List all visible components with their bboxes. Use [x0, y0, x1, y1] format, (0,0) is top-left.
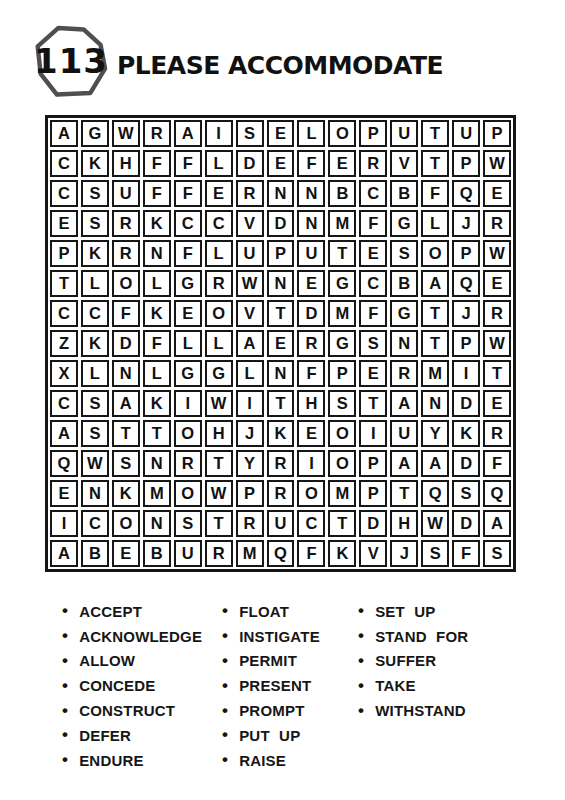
puzzle-number: 113	[34, 25, 108, 99]
grid-cell[interactable]: Y	[236, 450, 264, 477]
grid-cell[interactable]: R	[483, 420, 511, 447]
grid-cell[interactable]: F	[143, 150, 171, 177]
grid-cell[interactable]: H	[112, 150, 140, 177]
grid-cell[interactable]: V	[390, 150, 418, 177]
grid-cell[interactable]: F	[297, 360, 325, 387]
grid-cell[interactable]: E	[112, 540, 140, 567]
header: 113 PLEASE ACCOMMODATE	[0, 0, 565, 100]
grid-cell[interactable]: H	[297, 390, 325, 417]
grid-cell[interactable]: S	[483, 540, 511, 567]
word-list-item: •SUFFER	[358, 649, 528, 674]
grid-cell[interactable]: E	[483, 180, 511, 207]
word-label: WITHSTAND	[375, 702, 466, 719]
grid-cell[interactable]: R	[267, 480, 295, 507]
word-list-item: •RAISE	[222, 748, 358, 773]
grid-cell[interactable]: N	[421, 390, 449, 417]
grid-cell[interactable]: R	[483, 300, 511, 327]
grid-cell[interactable]: H	[205, 420, 233, 447]
grid-cell[interactable]: Q	[452, 180, 480, 207]
grid-cell[interactable]: E	[328, 150, 356, 177]
grid-cell[interactable]: N	[297, 180, 325, 207]
word-search-board: AGWRAISELOPUTUPCKHFFLDEFERVTPWCSUFFERNNB…	[45, 115, 516, 572]
grid-cell[interactable]: O	[112, 270, 140, 297]
grid-cell[interactable]: E	[359, 360, 387, 387]
grid-cell[interactable]: O	[328, 450, 356, 477]
page-title: PLEASE ACCOMMODATE	[117, 51, 443, 80]
grid-cell[interactable]: F	[359, 300, 387, 327]
grid-cell[interactable]: N	[143, 240, 171, 267]
grid-cell[interactable]: O	[297, 480, 325, 507]
grid-cell[interactable]: V	[236, 300, 264, 327]
word-label: ACCEPT	[79, 603, 142, 620]
grid-cell[interactable]: W	[483, 240, 511, 267]
grid-cell[interactable]: P	[359, 480, 387, 507]
word-label: CONSTRUCT	[79, 702, 175, 719]
word-search-grid: AGWRAISELOPUTUPCKHFFLDEFERVTPWCSUFFERNNB…	[50, 120, 511, 567]
grid-cell[interactable]: A	[421, 270, 449, 297]
grid-cell[interactable]: R	[205, 540, 233, 567]
grid-cell[interactable]: G	[174, 360, 202, 387]
grid-cell[interactable]: P	[452, 150, 480, 177]
bullet-icon: •	[358, 701, 364, 721]
grid-cell[interactable]: Y	[421, 420, 449, 447]
grid-cell[interactable]: L	[205, 240, 233, 267]
grid-cell[interactable]: A	[112, 390, 140, 417]
grid-cell[interactable]: O	[328, 120, 356, 147]
bullet-icon: •	[222, 676, 228, 696]
grid-cell[interactable]: O	[328, 420, 356, 447]
grid-cell[interactable]: R	[112, 210, 140, 237]
word-label: DEFER	[79, 727, 131, 744]
grid-cell[interactable]: J	[452, 300, 480, 327]
grid-cell[interactable]: I	[297, 450, 325, 477]
grid-cell[interactable]: T	[267, 300, 295, 327]
grid-cell[interactable]: A	[50, 420, 78, 447]
grid-cell[interactable]: N	[143, 450, 171, 477]
word-list-item: •ACKNOWLEDGE	[62, 624, 222, 649]
grid-cell[interactable]: R	[359, 150, 387, 177]
grid-cell[interactable]: P	[359, 450, 387, 477]
grid-cell[interactable]: N	[112, 360, 140, 387]
grid-cell[interactable]: A	[236, 330, 264, 357]
grid-cell[interactable]: R	[483, 210, 511, 237]
grid-cell[interactable]: M	[328, 210, 356, 237]
grid-cell[interactable]: S	[81, 210, 109, 237]
grid-cell[interactable]: N	[143, 510, 171, 537]
grid-cell[interactable]: L	[81, 270, 109, 297]
word-list-column: •FLOAT•INSTIGATE•PERMIT•PRESENT•PROMPT•P…	[222, 599, 358, 773]
bullet-icon: •	[62, 750, 68, 770]
grid-cell[interactable]: K	[143, 210, 171, 237]
grid-cell[interactable]: N	[81, 480, 109, 507]
grid-cell[interactable]: U	[112, 180, 140, 207]
grid-cell[interactable]: W	[112, 120, 140, 147]
grid-cell[interactable]: D	[452, 450, 480, 477]
grid-cell[interactable]: R	[112, 240, 140, 267]
grid-cell[interactable]: J	[236, 420, 264, 447]
grid-cell[interactable]: A	[50, 120, 78, 147]
grid-cell[interactable]: M	[328, 480, 356, 507]
grid-cell[interactable]: S	[328, 390, 356, 417]
grid-cell[interactable]: O	[421, 240, 449, 267]
word-list-item: •TAKE	[358, 673, 528, 698]
grid-cell[interactable]: R	[143, 120, 171, 147]
grid-cell[interactable]: B	[328, 180, 356, 207]
grid-cell[interactable]: K	[328, 540, 356, 567]
grid-cell[interactable]: T	[50, 270, 78, 297]
grid-cell[interactable]: N	[297, 210, 325, 237]
grid-cell[interactable]: M	[143, 480, 171, 507]
grid-cell[interactable]: R	[174, 450, 202, 477]
grid-cell[interactable]: L	[421, 210, 449, 237]
grid-cell[interactable]: V	[236, 210, 264, 237]
grid-cell[interactable]: R	[205, 270, 233, 297]
grid-cell[interactable]: D	[452, 510, 480, 537]
grid-cell[interactable]: I	[359, 420, 387, 447]
grid-cell[interactable]: A	[174, 120, 202, 147]
grid-cell[interactable]: S	[359, 330, 387, 357]
grid-cell[interactable]: G	[390, 300, 418, 327]
grid-cell[interactable]: L	[143, 270, 171, 297]
grid-cell[interactable]: K	[81, 240, 109, 267]
grid-cell[interactable]: E	[50, 480, 78, 507]
grid-cell[interactable]: N	[267, 360, 295, 387]
grid-cell[interactable]: F	[452, 540, 480, 567]
grid-cell[interactable]: F	[174, 150, 202, 177]
grid-cell[interactable]: B	[390, 180, 418, 207]
grid-cell[interactable]: T	[483, 360, 511, 387]
grid-cell[interactable]: I	[50, 510, 78, 537]
grid-cell[interactable]: P	[483, 120, 511, 147]
grid-cell[interactable]: E	[50, 210, 78, 237]
grid-cell[interactable]: O	[174, 420, 202, 447]
grid-cell[interactable]: L	[236, 360, 264, 387]
grid-cell[interactable]: L	[143, 360, 171, 387]
word-label: RAISE	[239, 752, 286, 769]
grid-cell[interactable]: S	[236, 120, 264, 147]
grid-cell[interactable]: S	[81, 180, 109, 207]
grid-cell[interactable]: D	[297, 300, 325, 327]
grid-cell[interactable]: P	[267, 240, 295, 267]
grid-cell[interactable]: F	[143, 180, 171, 207]
grid-cell[interactable]: T	[421, 120, 449, 147]
grid-cell[interactable]: F	[174, 180, 202, 207]
grid-cell[interactable]: F	[174, 240, 202, 267]
grid-cell[interactable]: L	[174, 330, 202, 357]
word-label: FLOAT	[239, 603, 289, 620]
grid-cell[interactable]: E	[267, 120, 295, 147]
grid-cell[interactable]: P	[452, 330, 480, 357]
grid-cell[interactable]: X	[50, 360, 78, 387]
bullet-icon: •	[222, 725, 228, 745]
word-label: ACKNOWLEDGE	[79, 628, 202, 645]
word-list-item: •PERMIT	[222, 649, 358, 674]
grid-cell[interactable]: F	[359, 210, 387, 237]
grid-cell[interactable]: P	[236, 480, 264, 507]
grid-cell[interactable]: H	[390, 510, 418, 537]
grid-cell[interactable]: K	[267, 420, 295, 447]
word-list-column: •ACCEPT•ACKNOWLEDGE•ALLOW•CONCEDE•CONSTR…	[62, 599, 222, 773]
grid-cell[interactable]: T	[143, 420, 171, 447]
grid-cell[interactable]: Z	[50, 330, 78, 357]
bullet-icon: •	[62, 626, 68, 646]
word-list-item: •STAND FOR	[358, 624, 528, 649]
grid-cell[interactable]: I	[236, 390, 264, 417]
grid-cell[interactable]: U	[267, 510, 295, 537]
grid-cell[interactable]: I	[452, 360, 480, 387]
word-list-item: •PROMPT	[222, 698, 358, 723]
grid-cell[interactable]: S	[421, 540, 449, 567]
grid-cell[interactable]: C	[81, 300, 109, 327]
grid-cell[interactable]: C	[359, 270, 387, 297]
bullet-icon: •	[222, 750, 228, 770]
grid-cell[interactable]: T	[205, 510, 233, 537]
word-list-column: •SET UP•STAND FOR•SUFFER•TAKE•WITHSTAND	[358, 599, 528, 773]
bullet-icon: •	[62, 701, 68, 721]
grid-cell[interactable]: I	[205, 120, 233, 147]
grid-cell[interactable]: U	[236, 240, 264, 267]
grid-cell[interactable]: E	[297, 420, 325, 447]
grid-cell[interactable]: D	[267, 210, 295, 237]
grid-cell[interactable]: G	[205, 360, 233, 387]
grid-cell[interactable]: T	[267, 390, 295, 417]
grid-cell[interactable]: T	[359, 390, 387, 417]
grid-cell[interactable]: J	[390, 540, 418, 567]
word-label: SET UP	[375, 603, 435, 620]
grid-cell[interactable]: C	[50, 390, 78, 417]
grid-cell[interactable]: L	[81, 360, 109, 387]
grid-cell[interactable]: M	[328, 300, 356, 327]
bullet-icon: •	[358, 601, 364, 621]
grid-cell[interactable]: W	[205, 480, 233, 507]
grid-cell[interactable]: N	[267, 270, 295, 297]
grid-cell[interactable]: W	[236, 270, 264, 297]
grid-cell[interactable]: S	[112, 450, 140, 477]
bullet-icon: •	[62, 651, 68, 671]
grid-cell[interactable]: Q	[267, 540, 295, 567]
grid-cell[interactable]: G	[81, 120, 109, 147]
grid-cell[interactable]: F	[483, 450, 511, 477]
grid-cell[interactable]: O	[174, 480, 202, 507]
word-list-item: •ENDURE	[62, 748, 222, 773]
grid-cell[interactable]: C	[50, 150, 78, 177]
grid-cell[interactable]: C	[50, 180, 78, 207]
bullet-icon: •	[62, 676, 68, 696]
word-list: •ACCEPT•ACKNOWLEDGE•ALLOW•CONCEDE•CONSTR…	[62, 599, 565, 773]
grid-cell[interactable]: G	[174, 270, 202, 297]
grid-cell[interactable]: N	[390, 330, 418, 357]
grid-cell[interactable]: L	[205, 150, 233, 177]
grid-cell[interactable]: U	[174, 540, 202, 567]
grid-cell[interactable]: S	[174, 510, 202, 537]
grid-cell[interactable]: E	[483, 270, 511, 297]
grid-cell[interactable]: P	[359, 120, 387, 147]
grid-cell[interactable]: E	[267, 150, 295, 177]
bullet-icon: •	[222, 626, 228, 646]
bullet-icon: •	[358, 651, 364, 671]
grid-cell[interactable]: S	[452, 480, 480, 507]
grid-cell[interactable]: C	[81, 510, 109, 537]
grid-cell[interactable]: F	[112, 300, 140, 327]
word-label: STAND FOR	[375, 628, 468, 645]
grid-cell[interactable]: Q	[421, 480, 449, 507]
grid-cell[interactable]: W	[81, 450, 109, 477]
grid-cell[interactable]: K	[81, 150, 109, 177]
grid-cell[interactable]: Q	[452, 270, 480, 297]
grid-cell[interactable]: K	[143, 390, 171, 417]
grid-cell[interactable]: A	[390, 450, 418, 477]
word-list-item: •DEFER	[62, 723, 222, 748]
grid-cell[interactable]: Q	[483, 480, 511, 507]
grid-cell[interactable]: T	[421, 330, 449, 357]
grid-cell[interactable]: G	[328, 270, 356, 297]
word-label: PERMIT	[239, 652, 297, 669]
grid-cell[interactable]: K	[143, 300, 171, 327]
grid-cell[interactable]: T	[421, 300, 449, 327]
grid-cell[interactable]: A	[390, 390, 418, 417]
grid-cell[interactable]: R	[267, 450, 295, 477]
bullet-icon: •	[62, 725, 68, 745]
grid-cell[interactable]: B	[81, 540, 109, 567]
grid-cell[interactable]: U	[452, 120, 480, 147]
grid-cell[interactable]: K	[112, 480, 140, 507]
word-list-item: •ACCEPT	[62, 599, 222, 624]
grid-cell[interactable]: Q	[50, 450, 78, 477]
grid-cell[interactable]: F	[297, 150, 325, 177]
word-list-item: •ALLOW	[62, 649, 222, 674]
grid-cell[interactable]: T	[421, 150, 449, 177]
grid-cell[interactable]: F	[421, 180, 449, 207]
grid-cell[interactable]: C	[50, 300, 78, 327]
word-label: SUFFER	[375, 652, 436, 669]
grid-cell[interactable]: A	[50, 540, 78, 567]
grid-cell[interactable]: T	[328, 510, 356, 537]
bullet-icon: •	[358, 676, 364, 696]
grid-cell[interactable]: E	[174, 300, 202, 327]
grid-cell[interactable]: F	[297, 540, 325, 567]
grid-cell[interactable]: S	[81, 420, 109, 447]
grid-cell[interactable]: T	[112, 420, 140, 447]
grid-cell[interactable]: L	[297, 120, 325, 147]
grid-cell[interactable]: A	[421, 450, 449, 477]
grid-cell[interactable]: D	[236, 150, 264, 177]
grid-cell[interactable]: G	[390, 210, 418, 237]
grid-cell[interactable]: C	[359, 180, 387, 207]
worksheet-page: 113 PLEASE ACCOMMODATE AGWRAISELOPUTUPCK…	[0, 0, 565, 800]
word-list-item: •FLOAT	[222, 599, 358, 624]
grid-cell[interactable]: D	[112, 330, 140, 357]
bullet-icon: •	[222, 601, 228, 621]
grid-cell[interactable]: E	[267, 330, 295, 357]
grid-cell[interactable]: C	[205, 210, 233, 237]
word-list-item: •INSTIGATE	[222, 624, 358, 649]
word-list-item: •CONSTRUCT	[62, 698, 222, 723]
grid-cell[interactable]: M	[421, 360, 449, 387]
grid-cell[interactable]: W	[205, 390, 233, 417]
grid-cell[interactable]: E	[483, 390, 511, 417]
grid-cell[interactable]: R	[297, 330, 325, 357]
grid-cell[interactable]: M	[236, 540, 264, 567]
bullet-icon: •	[62, 601, 68, 621]
grid-cell[interactable]: B	[390, 270, 418, 297]
grid-cell[interactable]: E	[359, 240, 387, 267]
grid-cell[interactable]: E	[297, 270, 325, 297]
grid-cell[interactable]: W	[483, 150, 511, 177]
grid-cell[interactable]: O	[205, 300, 233, 327]
bullet-icon: •	[222, 651, 228, 671]
grid-cell[interactable]: U	[297, 240, 325, 267]
grid-cell[interactable]: K	[452, 420, 480, 447]
grid-cell[interactable]: D	[452, 390, 480, 417]
word-list-item: •WITHSTAND	[358, 698, 528, 723]
grid-cell[interactable]: T	[205, 450, 233, 477]
grid-cell[interactable]: R	[236, 510, 264, 537]
grid-cell[interactable]: V	[359, 540, 387, 567]
grid-cell[interactable]: G	[328, 330, 356, 357]
grid-cell[interactable]: J	[452, 210, 480, 237]
grid-cell[interactable]: D	[359, 510, 387, 537]
grid-cell[interactable]: P	[50, 240, 78, 267]
word-label: ALLOW	[79, 652, 135, 669]
grid-cell[interactable]: U	[390, 120, 418, 147]
grid-cell[interactable]: F	[143, 330, 171, 357]
grid-cell[interactable]: L	[205, 330, 233, 357]
grid-cell[interactable]: A	[483, 510, 511, 537]
word-list-item: •PUT UP	[222, 723, 358, 748]
grid-cell[interactable]: P	[328, 360, 356, 387]
bullet-icon: •	[222, 701, 228, 721]
grid-cell[interactable]: U	[390, 420, 418, 447]
grid-cell[interactable]: W	[483, 330, 511, 357]
grid-cell[interactable]: T	[328, 240, 356, 267]
word-label: CONCEDE	[79, 677, 155, 694]
bullet-icon: •	[358, 626, 364, 646]
grid-cell[interactable]: W	[421, 510, 449, 537]
grid-cell[interactable]: C	[174, 210, 202, 237]
word-list-item: •SET UP	[358, 599, 528, 624]
grid-cell[interactable]: R	[236, 180, 264, 207]
grid-cell[interactable]: O	[112, 510, 140, 537]
grid-cell[interactable]: K	[81, 330, 109, 357]
word-list-item: •PRESENT	[222, 673, 358, 698]
grid-cell[interactable]: T	[390, 480, 418, 507]
word-label: PRESENT	[239, 677, 311, 694]
grid-cell[interactable]: N	[267, 180, 295, 207]
grid-cell[interactable]: P	[452, 240, 480, 267]
word-label: INSTIGATE	[239, 628, 320, 645]
word-label: ENDURE	[79, 752, 144, 769]
grid-cell[interactable]: S	[390, 240, 418, 267]
grid-cell[interactable]: I	[174, 390, 202, 417]
word-label: PUT UP	[239, 727, 300, 744]
grid-cell[interactable]: R	[390, 360, 418, 387]
grid-cell[interactable]: B	[143, 540, 171, 567]
word-label: PROMPT	[239, 702, 304, 719]
grid-cell[interactable]: S	[81, 390, 109, 417]
grid-cell[interactable]: C	[297, 510, 325, 537]
word-list-item: •CONCEDE	[62, 673, 222, 698]
word-label: TAKE	[375, 677, 416, 694]
puzzle-number-badge: 113	[34, 25, 108, 99]
grid-cell[interactable]: E	[205, 180, 233, 207]
